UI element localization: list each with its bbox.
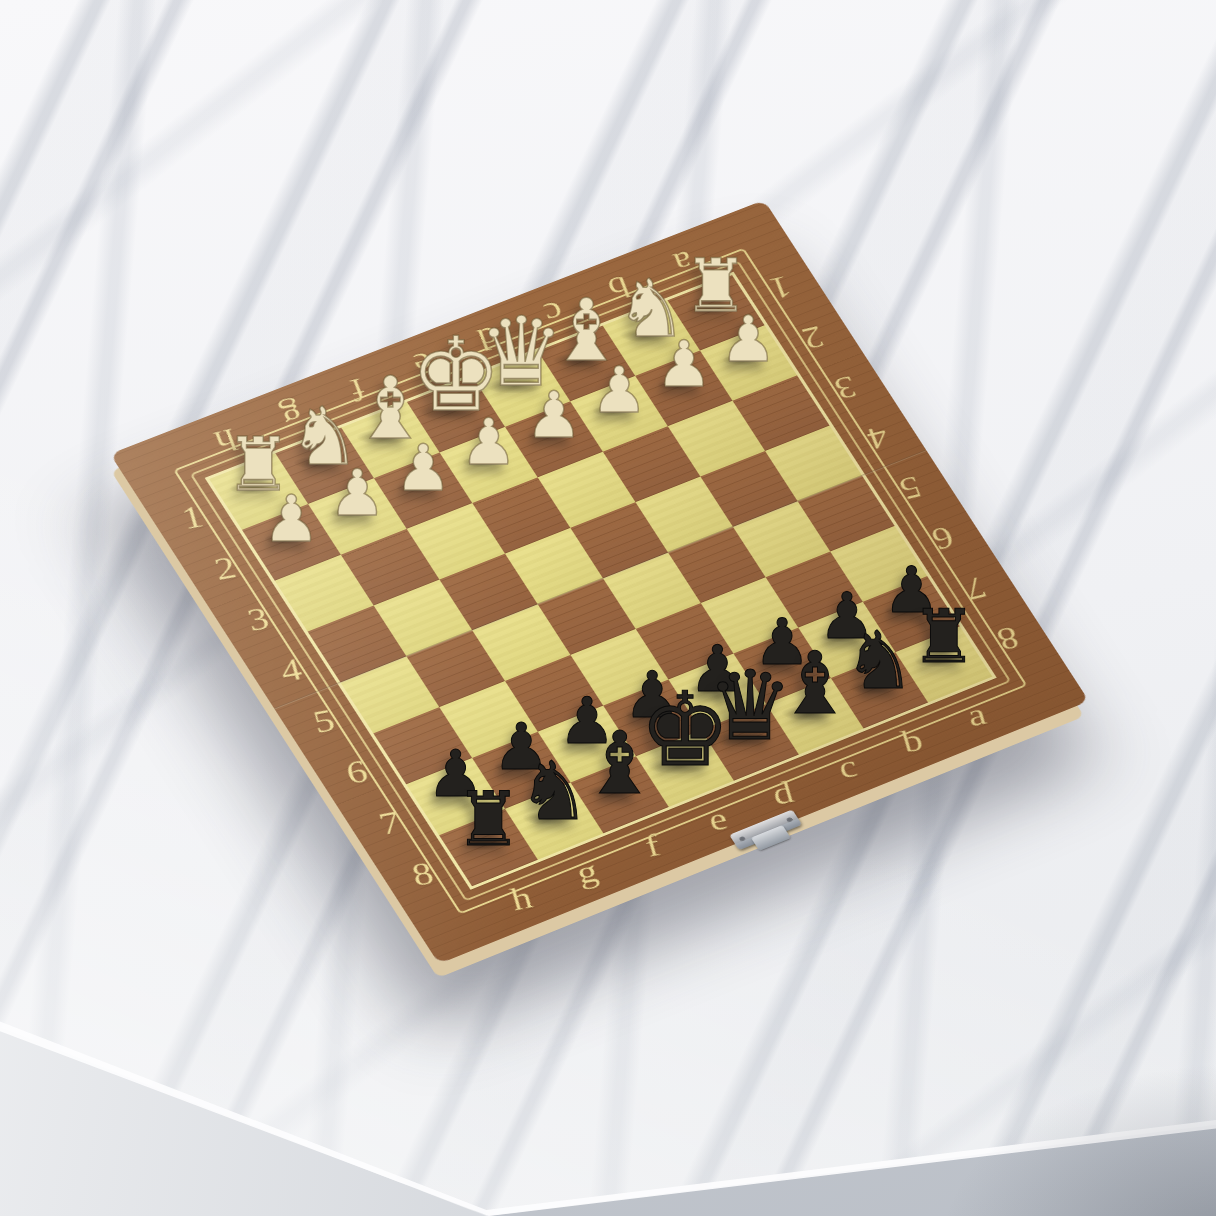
file-label-bottom-a: a	[963, 696, 990, 734]
file-label-bottom-g: g	[572, 852, 602, 891]
file-label-bottom-b: b	[897, 721, 926, 760]
chess-board: hh11gg22ff33ee44dd55cc66bb77aa88	[110, 200, 1089, 964]
rank-label-left-7: 7	[375, 803, 405, 842]
file-label-top-d: d	[473, 319, 505, 358]
file-label-top-f: f	[345, 371, 371, 409]
rank-label-right-5: 5	[894, 469, 926, 508]
playing-field	[209, 275, 992, 886]
file-label-bottom-d: d	[768, 773, 798, 812]
rank-label-left-2: 2	[210, 549, 240, 588]
rank-label-right-7: 7	[960, 569, 992, 608]
file-label-top-c: c	[539, 294, 569, 332]
file-label-top-a: a	[669, 244, 699, 282]
file-label-bottom-c: c	[834, 748, 861, 786]
photo-canvas: hh11gg22ff33ee44dd55cc66bb77aa88 ♜♞♝♛♚♝♞…	[0, 0, 1216, 1216]
rank-label-left-6: 6	[342, 752, 372, 791]
file-label-top-b: b	[603, 269, 635, 308]
file-label-bottom-f: f	[641, 827, 664, 865]
file-label-top-e: e	[408, 345, 438, 383]
file-label-top-g: g	[276, 396, 308, 435]
rank-label-left-4: 4	[276, 651, 306, 690]
rank-label-right-4: 4	[862, 419, 894, 458]
rank-label-right-2: 2	[797, 318, 829, 357]
rank-label-right-1: 1	[764, 268, 796, 307]
rank-label-right-6: 6	[927, 519, 959, 558]
file-label-bottom-h: h	[507, 879, 537, 918]
rank-label-left-1: 1	[178, 498, 208, 537]
rank-label-left-5: 5	[309, 701, 339, 740]
file-label-bottom-e: e	[704, 800, 731, 839]
rank-label-left-8: 8	[408, 854, 438, 893]
rank-label-right-8: 8	[992, 619, 1024, 658]
rank-label-left-3: 3	[243, 600, 273, 639]
file-label-top-h: h	[210, 421, 243, 460]
rank-label-right-3: 3	[829, 368, 861, 407]
